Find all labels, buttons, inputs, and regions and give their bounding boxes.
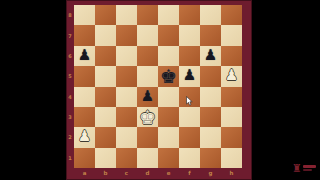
square-c4	[116, 87, 137, 107]
square-g2	[200, 127, 221, 147]
square-a5	[74, 66, 95, 86]
square-g6: ♟	[200, 46, 221, 66]
video-frame: 87654321 ♟♟♚♟♟♟♚♟ abcdefgh ♜	[0, 0, 320, 180]
square-c3	[116, 107, 137, 127]
square-c8	[116, 5, 137, 25]
square-a1	[74, 148, 95, 168]
square-g5	[200, 66, 221, 86]
square-b1	[95, 148, 116, 168]
piece-black-pawn-g6: ♟	[200, 46, 221, 66]
file-label-g: g	[200, 168, 221, 180]
square-d5	[137, 66, 158, 86]
rank-labels: 87654321	[66, 5, 74, 168]
square-f1	[179, 148, 200, 168]
mouse-cursor-icon	[186, 91, 193, 101]
square-e8	[158, 5, 179, 25]
square-g7	[200, 25, 221, 45]
square-f2	[179, 127, 200, 147]
piece-black-king-e5: ♚	[158, 66, 179, 86]
rank-label-8: 8	[66, 5, 74, 25]
square-f3	[179, 107, 200, 127]
square-b4	[95, 87, 116, 107]
rank-label-5: 5	[66, 66, 74, 86]
file-labels: abcdefgh	[74, 168, 242, 180]
square-d3: ♚	[137, 107, 158, 127]
square-a4	[74, 87, 95, 107]
piece-white-pawn-h5: ♟	[221, 66, 242, 86]
rank-label-7: 7	[66, 25, 74, 45]
square-h3	[221, 107, 242, 127]
square-g1	[200, 148, 221, 168]
file-label-b: b	[95, 168, 116, 180]
square-e6	[158, 46, 179, 66]
piece-white-king-d3: ♚	[137, 107, 158, 127]
file-label-a: a	[74, 168, 95, 180]
square-f7	[179, 25, 200, 45]
square-d2	[137, 127, 158, 147]
rank-label-1: 1	[66, 148, 74, 168]
square-b6	[95, 46, 116, 66]
square-e7	[158, 25, 179, 45]
square-b3	[95, 107, 116, 127]
square-d4: ♟	[137, 87, 158, 107]
square-h8	[221, 5, 242, 25]
square-d6	[137, 46, 158, 66]
square-c7	[116, 25, 137, 45]
rank-label-6: 6	[66, 46, 74, 66]
square-e1	[158, 148, 179, 168]
square-c6	[116, 46, 137, 66]
square-a6: ♟	[74, 46, 95, 66]
square-g4	[200, 87, 221, 107]
square-a7	[74, 25, 95, 45]
square-a3	[74, 107, 95, 127]
square-g3	[200, 107, 221, 127]
square-h1	[221, 148, 242, 168]
file-label-d: d	[137, 168, 158, 180]
square-f8	[179, 5, 200, 25]
square-b8	[95, 5, 116, 25]
watermark-rook-icon: ♜	[292, 162, 302, 175]
square-f6	[179, 46, 200, 66]
rank-label-3: 3	[66, 107, 74, 127]
board-grid: ♟♟♚♟♟♟♚♟	[74, 5, 242, 168]
square-d1	[137, 148, 158, 168]
square-b7	[95, 25, 116, 45]
watermark-text-lines	[303, 162, 316, 171]
square-a8	[74, 5, 95, 25]
square-e2	[158, 127, 179, 147]
file-label-h: h	[221, 168, 242, 180]
square-c5	[116, 66, 137, 86]
square-c1	[116, 148, 137, 168]
square-b5	[95, 66, 116, 86]
square-e5: ♚	[158, 66, 179, 86]
piece-black-pawn-f5: ♟	[179, 66, 200, 86]
square-h6	[221, 46, 242, 66]
file-label-f: f	[179, 168, 200, 180]
square-a2: ♟	[74, 127, 95, 147]
square-c2	[116, 127, 137, 147]
watermark-logo: ♜	[292, 162, 316, 176]
piece-black-pawn-d4: ♟	[137, 87, 158, 107]
square-d8	[137, 5, 158, 25]
square-e3	[158, 107, 179, 127]
square-g8	[200, 5, 221, 25]
chess-board: 87654321 ♟♟♚♟♟♟♚♟ abcdefgh	[66, 0, 252, 180]
rank-label-2: 2	[66, 127, 74, 147]
square-f5: ♟	[179, 66, 200, 86]
square-d7	[137, 25, 158, 45]
file-label-e: e	[158, 168, 179, 180]
square-h4	[221, 87, 242, 107]
file-label-c: c	[116, 168, 137, 180]
square-h2	[221, 127, 242, 147]
piece-white-pawn-a2: ♟	[74, 127, 95, 147]
square-h7	[221, 25, 242, 45]
piece-black-pawn-a6: ♟	[74, 46, 95, 66]
square-b2	[95, 127, 116, 147]
rank-label-4: 4	[66, 87, 74, 107]
square-h5: ♟	[221, 66, 242, 86]
square-e4	[158, 87, 179, 107]
